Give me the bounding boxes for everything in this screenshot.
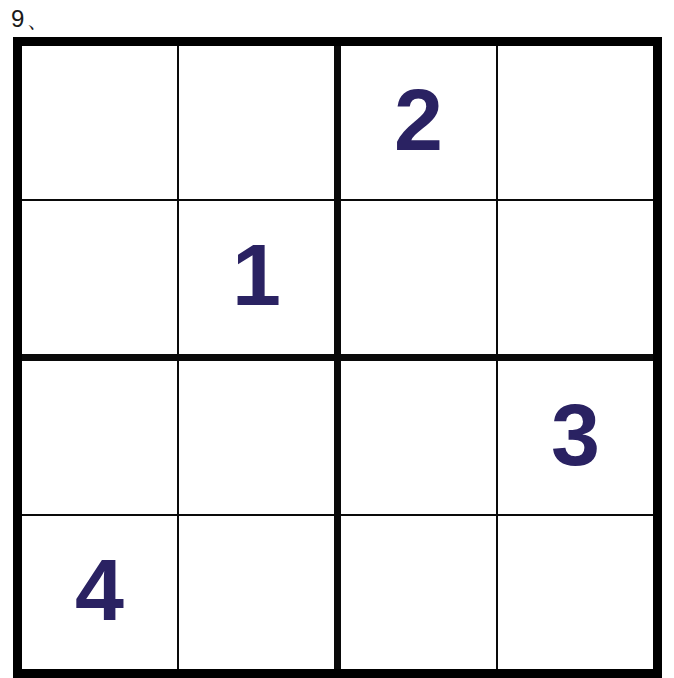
cell-value: 3 — [551, 391, 600, 485]
cell-value: 1 — [232, 231, 281, 325]
cell-r3c4[interactable]: 3 — [498, 361, 653, 514]
cell-value: 2 — [394, 76, 443, 170]
cell-r4c1[interactable]: 4 — [22, 516, 177, 669]
cell-r2c3[interactable] — [341, 201, 496, 354]
cell-r2c4[interactable] — [498, 201, 653, 354]
cell-r1c3[interactable]: 2 — [341, 46, 496, 199]
cell-r3c2[interactable] — [179, 361, 334, 514]
cell-r2c1[interactable] — [22, 201, 177, 354]
cell-r1c4[interactable] — [498, 46, 653, 199]
cell-r3c1[interactable] — [22, 361, 177, 514]
cell-r1c1[interactable] — [22, 46, 177, 199]
cell-r4c3[interactable] — [341, 516, 496, 669]
cell-r4c4[interactable] — [498, 516, 653, 669]
cell-r3c3[interactable] — [341, 361, 496, 514]
puzzle-number-label: 9、 — [11, 5, 52, 34]
cell-r1c2[interactable] — [179, 46, 334, 199]
cell-r4c2[interactable] — [179, 516, 334, 669]
sudoku-board: 2 1 3 4 — [13, 37, 662, 678]
cell-value: 4 — [75, 546, 124, 640]
cell-r2c2[interactable]: 1 — [179, 201, 334, 354]
